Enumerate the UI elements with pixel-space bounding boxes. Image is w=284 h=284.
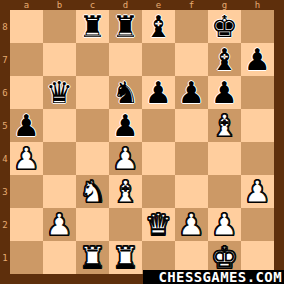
black-queen: ♛ bbox=[46, 76, 73, 109]
square-e3 bbox=[142, 175, 175, 208]
square-c8: ♜ bbox=[76, 10, 109, 43]
square-f8 bbox=[175, 10, 208, 43]
black-pawn: ♟ bbox=[112, 109, 139, 142]
square-a8 bbox=[10, 10, 43, 43]
square-a2 bbox=[10, 208, 43, 241]
white-pawn: ♟ bbox=[211, 208, 238, 241]
chess-diagram: abcdefgh 87654321 ♜♜♝♚♝♟♛♞♟♟♟♟♟♝♟♟♞♝♟♟♛♟… bbox=[0, 0, 284, 284]
square-g7: ♝ bbox=[208, 43, 241, 76]
white-pawn: ♟ bbox=[46, 208, 73, 241]
rank-label-2: 2 bbox=[0, 208, 10, 241]
square-a7 bbox=[10, 43, 43, 76]
square-b4 bbox=[43, 142, 76, 175]
square-e7 bbox=[142, 43, 175, 76]
square-e2: ♛ bbox=[142, 208, 175, 241]
white-pawn: ♟ bbox=[13, 142, 40, 175]
rank-label-7: 7 bbox=[0, 43, 10, 76]
white-rook: ♜ bbox=[112, 241, 139, 274]
white-bishop: ♝ bbox=[112, 175, 139, 208]
square-f5 bbox=[175, 109, 208, 142]
square-f2: ♟ bbox=[175, 208, 208, 241]
square-d5: ♟ bbox=[109, 109, 142, 142]
square-h8 bbox=[241, 10, 274, 43]
square-a3 bbox=[10, 175, 43, 208]
white-rook: ♜ bbox=[79, 241, 106, 274]
square-b1 bbox=[43, 241, 76, 274]
square-e8: ♝ bbox=[142, 10, 175, 43]
square-b2: ♟ bbox=[43, 208, 76, 241]
square-c5 bbox=[76, 109, 109, 142]
black-pawn: ♟ bbox=[145, 76, 172, 109]
square-a1 bbox=[10, 241, 43, 274]
rank-label-3: 3 bbox=[0, 175, 10, 208]
square-a4: ♟ bbox=[10, 142, 43, 175]
black-pawn: ♟ bbox=[178, 76, 205, 109]
black-rook: ♜ bbox=[112, 10, 139, 43]
square-e6: ♟ bbox=[142, 76, 175, 109]
white-bishop: ♝ bbox=[211, 109, 238, 142]
square-f3 bbox=[175, 175, 208, 208]
square-f7 bbox=[175, 43, 208, 76]
square-g3 bbox=[208, 175, 241, 208]
square-b5 bbox=[43, 109, 76, 142]
square-h5 bbox=[241, 109, 274, 142]
square-g2: ♟ bbox=[208, 208, 241, 241]
square-h7: ♟ bbox=[241, 43, 274, 76]
black-bishop: ♝ bbox=[145, 10, 172, 43]
square-h4 bbox=[241, 142, 274, 175]
black-rook: ♜ bbox=[79, 10, 106, 43]
square-g4 bbox=[208, 142, 241, 175]
square-h6 bbox=[241, 76, 274, 109]
square-b7 bbox=[43, 43, 76, 76]
rank-label-1: 1 bbox=[0, 241, 10, 274]
black-king: ♚ bbox=[211, 10, 238, 43]
square-h2 bbox=[241, 208, 274, 241]
black-knight: ♞ bbox=[112, 76, 139, 109]
rank-label-8: 8 bbox=[0, 10, 10, 43]
square-c1: ♜ bbox=[76, 241, 109, 274]
square-c6 bbox=[76, 76, 109, 109]
square-f6: ♟ bbox=[175, 76, 208, 109]
square-a6 bbox=[10, 76, 43, 109]
square-a5: ♟ bbox=[10, 109, 43, 142]
square-d3: ♝ bbox=[109, 175, 142, 208]
white-queen: ♛ bbox=[145, 208, 172, 241]
square-g6: ♟ bbox=[208, 76, 241, 109]
white-pawn: ♟ bbox=[244, 175, 271, 208]
rank-labels: 87654321 bbox=[0, 10, 10, 274]
black-pawn: ♟ bbox=[244, 43, 271, 76]
square-g5: ♝ bbox=[208, 109, 241, 142]
white-pawn: ♟ bbox=[178, 208, 205, 241]
white-knight: ♞ bbox=[79, 175, 106, 208]
chess-board: ♜♜♝♚♝♟♛♞♟♟♟♟♟♝♟♟♞♝♟♟♛♟♟♜♜♚ bbox=[10, 10, 274, 274]
square-c4 bbox=[76, 142, 109, 175]
rank-label-4: 4 bbox=[0, 142, 10, 175]
square-d7 bbox=[109, 43, 142, 76]
rank-label-6: 6 bbox=[0, 76, 10, 109]
square-h3: ♟ bbox=[241, 175, 274, 208]
square-b8 bbox=[43, 10, 76, 43]
black-bishop: ♝ bbox=[211, 43, 238, 76]
white-pawn: ♟ bbox=[112, 142, 139, 175]
square-d4: ♟ bbox=[109, 142, 142, 175]
square-d1: ♜ bbox=[109, 241, 142, 274]
square-b3 bbox=[43, 175, 76, 208]
square-c2 bbox=[76, 208, 109, 241]
square-e5 bbox=[142, 109, 175, 142]
rank-label-5: 5 bbox=[0, 109, 10, 142]
square-b6: ♛ bbox=[43, 76, 76, 109]
square-d8: ♜ bbox=[109, 10, 142, 43]
black-pawn: ♟ bbox=[13, 109, 40, 142]
square-d6: ♞ bbox=[109, 76, 142, 109]
square-c3: ♞ bbox=[76, 175, 109, 208]
square-e4 bbox=[142, 142, 175, 175]
black-pawn: ♟ bbox=[211, 76, 238, 109]
square-d2 bbox=[109, 208, 142, 241]
square-c7 bbox=[76, 43, 109, 76]
chessgames-brand-label: CHESSGAMES.COM bbox=[143, 270, 284, 284]
square-f4 bbox=[175, 142, 208, 175]
square-g8: ♚ bbox=[208, 10, 241, 43]
